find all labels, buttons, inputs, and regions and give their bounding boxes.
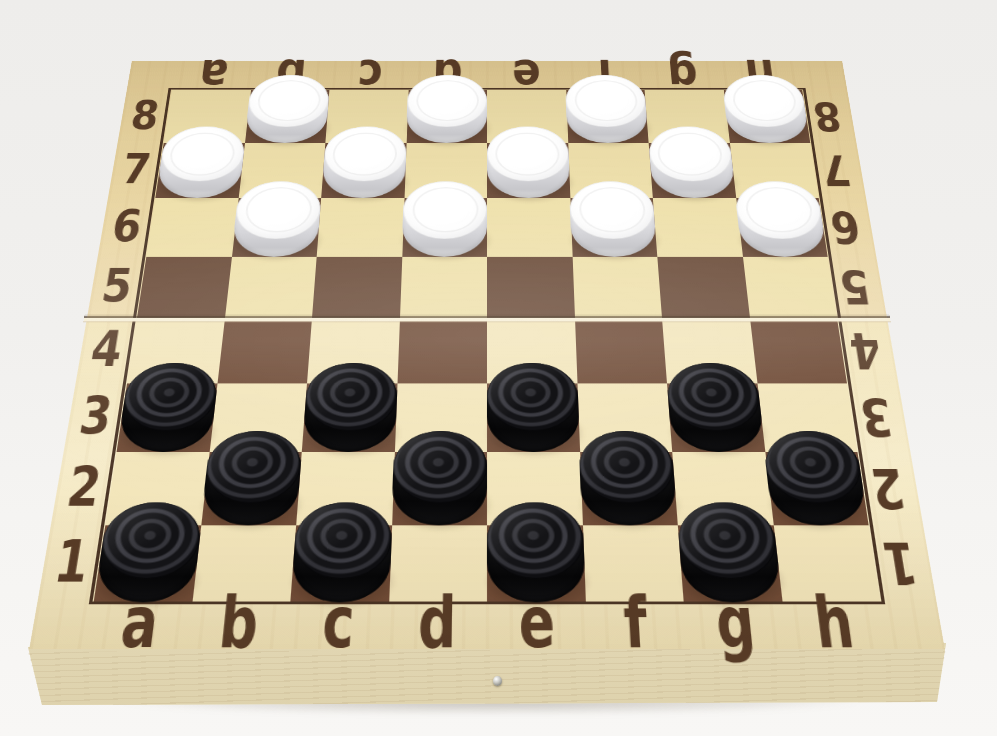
black-piece-h2[interactable] <box>762 431 869 525</box>
file-label-top-g: g <box>666 53 700 97</box>
black-piece-a1[interactable] <box>93 503 203 603</box>
black-piece-b2[interactable] <box>201 431 304 525</box>
black-piece-g3[interactable] <box>665 363 765 452</box>
file-label-bottom-d: d <box>417 588 457 659</box>
white-piece-g7[interactable] <box>647 127 736 199</box>
piece-top <box>392 431 487 503</box>
white-piece-e7[interactable] <box>487 127 570 199</box>
white-piece-f8[interactable] <box>565 75 649 143</box>
file-label-top-a: a <box>196 53 230 97</box>
piece-top <box>402 181 487 239</box>
piece-top <box>579 431 677 503</box>
piece-top <box>487 503 585 580</box>
file-label-bottom-b: b <box>216 588 261 659</box>
black-piece-c3[interactable] <box>301 363 398 452</box>
white-piece-d8[interactable] <box>406 75 487 143</box>
board-hinge-seam <box>83 314 891 322</box>
white-piece-b6[interactable] <box>231 181 322 256</box>
black-piece-g1[interactable] <box>676 503 783 603</box>
white-piece-h8[interactable] <box>721 75 810 143</box>
piece-top <box>565 75 648 127</box>
black-piece-d2[interactable] <box>391 431 487 525</box>
white-piece-c7[interactable] <box>321 127 407 199</box>
piece-top <box>569 181 656 239</box>
black-piece-e3[interactable] <box>487 363 580 452</box>
black-piece-c1[interactable] <box>290 503 393 603</box>
white-piece-f6[interactable] <box>569 181 658 256</box>
checkers-board: aabbccddeeffgghh8877665544332211 <box>29 61 945 649</box>
white-piece-d6[interactable] <box>402 181 488 256</box>
white-piece-h6[interactable] <box>734 181 828 256</box>
black-piece-a3[interactable] <box>116 363 219 452</box>
file-label-bottom-f: f <box>622 588 649 659</box>
black-piece-e1[interactable] <box>487 503 586 603</box>
white-piece-b8[interactable] <box>244 75 330 143</box>
piece-top <box>487 363 579 431</box>
piece-top <box>407 75 488 127</box>
file-label-top-c: c <box>356 53 383 97</box>
black-piece-f2[interactable] <box>579 431 679 525</box>
file-label-top-e: e <box>512 53 541 97</box>
hinge-screw-icon <box>493 676 502 686</box>
piece-top <box>487 127 570 182</box>
photo-scene: aabbccddeeffgghh8877665544332211 <box>0 0 997 736</box>
white-piece-a7[interactable] <box>155 127 247 199</box>
